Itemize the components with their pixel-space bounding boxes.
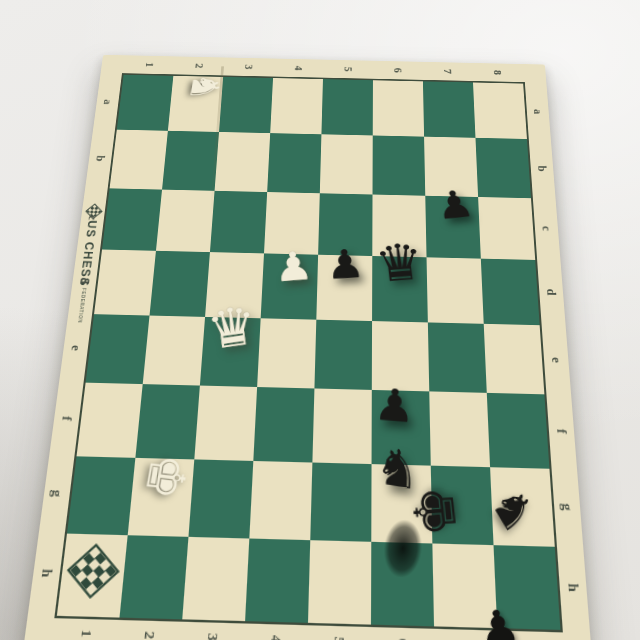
file-label-e: e xyxy=(67,345,84,351)
file-label-g: g xyxy=(48,490,66,498)
square-a7 xyxy=(423,81,476,138)
square-a3 xyxy=(219,77,273,133)
square-h1 xyxy=(57,533,128,617)
file-label-f: f xyxy=(58,416,75,421)
square-b2 xyxy=(162,131,219,190)
square-f1 xyxy=(77,383,143,457)
square-d4 xyxy=(261,253,318,319)
square-a5 xyxy=(321,79,372,136)
square-f8 xyxy=(487,393,550,468)
file-label-a: a xyxy=(530,109,545,114)
rank-label-4: 4 xyxy=(267,635,285,640)
square-a1 xyxy=(117,75,174,131)
square-g6 xyxy=(371,464,432,544)
square-h6 xyxy=(371,542,434,627)
square-f2 xyxy=(135,384,199,459)
square-a6 xyxy=(373,80,424,137)
square-c6 xyxy=(372,194,426,257)
square-b8 xyxy=(475,138,530,198)
rank-label-2: 2 xyxy=(192,63,207,68)
square-f7 xyxy=(429,392,490,467)
square-g1 xyxy=(67,456,135,535)
square-e8 xyxy=(484,324,545,395)
square-e3 xyxy=(200,317,261,387)
rank-label-3: 3 xyxy=(242,64,256,69)
file-label-c: c xyxy=(85,215,101,220)
square-h4 xyxy=(245,538,310,623)
square-f3 xyxy=(194,386,257,461)
square-g7 xyxy=(431,465,494,545)
square-a2 xyxy=(168,76,223,132)
square-h5 xyxy=(308,540,371,625)
square-g8 xyxy=(490,467,555,547)
square-h3 xyxy=(182,537,249,622)
file-label-b: b xyxy=(93,155,109,161)
board-grid xyxy=(54,73,563,632)
rank-label-6: 6 xyxy=(391,68,405,73)
square-a4 xyxy=(270,78,323,134)
square-e2 xyxy=(143,316,205,386)
square-b6 xyxy=(373,136,426,196)
square-d6 xyxy=(372,256,428,323)
rank-label-2: 2 xyxy=(140,631,159,639)
square-f6 xyxy=(372,390,431,465)
square-b5 xyxy=(320,135,373,195)
square-b7 xyxy=(424,137,478,197)
file-label-d: d xyxy=(76,277,92,284)
square-d1 xyxy=(94,249,156,315)
square-c2 xyxy=(156,189,215,252)
rank-label-1: 1 xyxy=(77,629,96,637)
square-e5 xyxy=(314,320,372,391)
square-b3 xyxy=(215,132,271,191)
square-d3 xyxy=(205,252,264,318)
file-label-b: b xyxy=(534,165,549,171)
file-label-e: e xyxy=(548,357,565,363)
square-g3 xyxy=(188,459,253,538)
offboard-captured-piece: ♟ xyxy=(474,601,523,640)
square-c3 xyxy=(210,190,267,253)
chess-board: US CHESS FEDERATION 12345678 12345678 ab… xyxy=(24,55,593,640)
rank-label-8: 8 xyxy=(490,70,505,75)
square-h2 xyxy=(120,535,189,619)
rank-label-7: 7 xyxy=(440,69,454,74)
square-e7 xyxy=(428,322,487,393)
square-b4 xyxy=(267,133,321,193)
rank-label-5: 5 xyxy=(330,636,348,640)
square-e1 xyxy=(86,314,150,384)
file-label-f: f xyxy=(553,429,570,434)
square-d5 xyxy=(316,254,372,321)
square-b1 xyxy=(110,130,168,189)
square-g5 xyxy=(310,462,371,542)
square-d7 xyxy=(427,257,484,324)
file-label-c: c xyxy=(539,226,555,231)
square-c5 xyxy=(318,193,372,256)
file-label-h: h xyxy=(37,569,56,578)
file-label-h: h xyxy=(564,584,582,593)
square-e6 xyxy=(372,321,429,392)
rank-label-5: 5 xyxy=(341,67,355,72)
square-a8 xyxy=(473,82,527,139)
square-d8 xyxy=(481,258,540,325)
file-label-g: g xyxy=(558,503,576,511)
square-c4 xyxy=(264,192,320,255)
rank-label-3: 3 xyxy=(203,633,222,640)
square-g2 xyxy=(128,457,195,536)
square-f5 xyxy=(312,389,371,464)
rank-label-4: 4 xyxy=(291,65,305,70)
square-f4 xyxy=(253,387,314,462)
photo-scene: US CHESS FEDERATION 12345678 12345678 ab… xyxy=(0,0,640,640)
file-label-d: d xyxy=(543,289,559,296)
square-c8 xyxy=(478,197,535,260)
square-c7 xyxy=(425,195,481,258)
square-e4 xyxy=(257,318,316,388)
file-label-a: a xyxy=(100,99,115,104)
square-d2 xyxy=(150,251,210,317)
rank-label-1: 1 xyxy=(142,62,157,67)
square-c1 xyxy=(102,188,162,251)
square-g4 xyxy=(249,460,312,539)
